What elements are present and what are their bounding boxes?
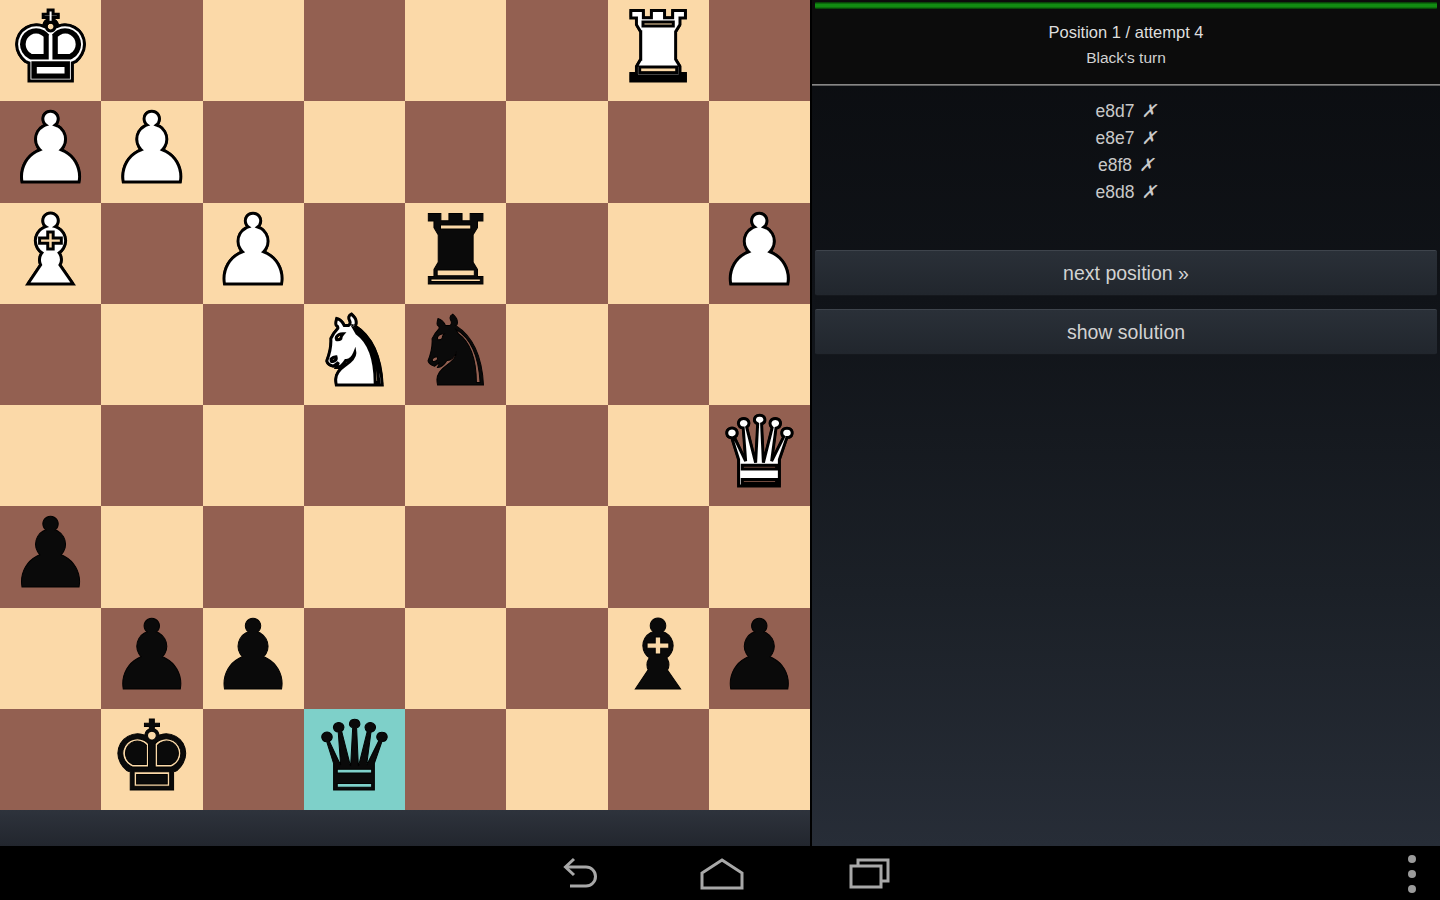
black-pawn: ♟	[210, 608, 297, 704]
square-d2[interactable]	[405, 101, 506, 202]
square-e7[interactable]	[304, 608, 405, 709]
square-e6[interactable]	[304, 506, 405, 607]
square-h5[interactable]	[0, 405, 101, 506]
square-c4[interactable]	[506, 304, 607, 405]
android-nav-bar	[0, 846, 1440, 900]
attempted-move: e8d7✗	[812, 97, 1440, 124]
square-d4[interactable]: ♞	[405, 304, 506, 405]
square-e4[interactable]: ♞	[304, 304, 405, 405]
square-a6[interactable]	[709, 506, 810, 607]
wrong-move-x-icon: ✗	[1139, 154, 1154, 175]
square-a1[interactable]	[709, 0, 810, 101]
square-h3[interactable]: ♝	[0, 203, 101, 304]
white-pawn: ♟	[108, 101, 195, 197]
white-queen: ♛	[716, 405, 803, 501]
square-e8[interactable]: ♛	[304, 709, 405, 810]
attempted-moves-list: e8d7✗ e8e7✗ e8f8✗ e8d8✗	[812, 97, 1440, 205]
square-d1[interactable]	[405, 0, 506, 101]
white-knight: ♞	[311, 304, 398, 400]
black-bishop: ♝	[615, 608, 702, 704]
square-f2[interactable]	[203, 101, 304, 202]
square-a4[interactable]	[709, 304, 810, 405]
white-bishop: ♝	[7, 203, 94, 299]
square-f1[interactable]	[203, 0, 304, 101]
square-b4[interactable]	[608, 304, 709, 405]
black-pawn: ♟	[7, 506, 94, 602]
square-e1[interactable]	[304, 0, 405, 101]
overflow-menu-icon[interactable]	[1405, 855, 1419, 893]
square-b2[interactable]	[608, 101, 709, 202]
square-d6[interactable]	[405, 506, 506, 607]
overflow-dot	[1408, 885, 1416, 893]
white-pawn: ♟	[7, 101, 94, 197]
move-text: e8d8	[1095, 182, 1134, 202]
attempted-move: e8f8✗	[812, 151, 1440, 178]
square-h2[interactable]: ♟	[0, 101, 101, 202]
overflow-dot	[1408, 855, 1416, 863]
square-a8[interactable]	[709, 709, 810, 810]
square-c1[interactable]	[506, 0, 607, 101]
panel-header: Position 1 / attempt 4 Black's turn	[812, 0, 1440, 84]
app-screen: ♚♜♟♟♝♟♜♟♞♞♛♟♟♟♝♟♚♛ Position 1 / attempt …	[0, 0, 1440, 900]
show-solution-button[interactable]: show solution	[815, 309, 1437, 355]
white-pawn: ♟	[716, 203, 803, 299]
square-h6[interactable]: ♟	[0, 506, 101, 607]
square-g2[interactable]: ♟	[101, 101, 202, 202]
square-e2[interactable]	[304, 101, 405, 202]
square-b5[interactable]	[608, 405, 709, 506]
square-a5[interactable]: ♛	[709, 405, 810, 506]
board-bottom-strip	[0, 810, 810, 846]
square-b3[interactable]	[608, 203, 709, 304]
square-b6[interactable]	[608, 506, 709, 607]
move-text: e8d7	[1095, 101, 1134, 121]
wrong-move-x-icon: ✗	[1141, 181, 1156, 202]
next-position-button[interactable]: next position »	[815, 250, 1437, 296]
square-h8[interactable]	[0, 709, 101, 810]
attempted-move: e8d8✗	[812, 178, 1440, 205]
move-text: e8f8	[1098, 155, 1132, 175]
square-g1[interactable]	[101, 0, 202, 101]
black-pawn: ♟	[716, 608, 803, 704]
square-f6[interactable]	[203, 506, 304, 607]
square-h1[interactable]: ♚	[0, 0, 101, 101]
square-e5[interactable]	[304, 405, 405, 506]
square-h4[interactable]	[0, 304, 101, 405]
square-a2[interactable]	[709, 101, 810, 202]
black-king: ♚	[108, 709, 195, 805]
square-g3[interactable]	[101, 203, 202, 304]
recents-icon[interactable]	[846, 857, 894, 891]
square-c5[interactable]	[506, 405, 607, 506]
square-c3[interactable]	[506, 203, 607, 304]
white-king: ♚	[7, 0, 94, 96]
black-knight: ♞	[412, 304, 499, 400]
square-d8[interactable]	[405, 709, 506, 810]
square-g7[interactable]: ♟	[101, 608, 202, 709]
square-b1[interactable]: ♜	[608, 0, 709, 101]
back-icon[interactable]	[553, 857, 601, 891]
white-pawn: ♟	[210, 203, 297, 299]
header-divider	[812, 84, 1440, 86]
black-pawn: ♟	[108, 608, 195, 704]
square-h7[interactable]	[0, 608, 101, 709]
chess-board: ♚♜♟♟♝♟♜♟♞♞♛♟♟♟♝♟♚♛	[0, 0, 810, 810]
square-b8[interactable]	[608, 709, 709, 810]
square-g6[interactable]	[101, 506, 202, 607]
move-text: e8e7	[1095, 128, 1134, 148]
black-queen: ♛	[311, 709, 398, 805]
wrong-move-x-icon: ✗	[1141, 127, 1156, 148]
square-c7[interactable]	[506, 608, 607, 709]
side-panel: Position 1 / attempt 4 Black's turn e8d7…	[810, 0, 1440, 846]
home-icon[interactable]	[698, 857, 746, 891]
square-c2[interactable]	[506, 101, 607, 202]
square-d3[interactable]: ♜	[405, 203, 506, 304]
square-c6[interactable]	[506, 506, 607, 607]
square-e3[interactable]	[304, 203, 405, 304]
overflow-dot	[1408, 870, 1416, 878]
wrong-move-x-icon: ✗	[1141, 100, 1156, 121]
square-g5[interactable]	[101, 405, 202, 506]
square-d7[interactable]	[405, 608, 506, 709]
attempted-move: e8e7✗	[812, 124, 1440, 151]
square-d5[interactable]	[405, 405, 506, 506]
square-c8[interactable]	[506, 709, 607, 810]
turn-label: Black's turn	[812, 49, 1440, 67]
square-f5[interactable]	[203, 405, 304, 506]
square-g4[interactable]	[101, 304, 202, 405]
progress-bar	[815, 2, 1437, 9]
square-f7[interactable]: ♟	[203, 608, 304, 709]
white-rook: ♜	[615, 0, 702, 96]
square-a7[interactable]: ♟	[709, 608, 810, 709]
square-f3[interactable]: ♟	[203, 203, 304, 304]
square-f8[interactable]	[203, 709, 304, 810]
square-f4[interactable]	[203, 304, 304, 405]
black-rook: ♜	[412, 203, 499, 299]
square-a3[interactable]: ♟	[709, 203, 810, 304]
square-b7[interactable]: ♝	[608, 608, 709, 709]
square-g8[interactable]: ♚	[101, 709, 202, 810]
